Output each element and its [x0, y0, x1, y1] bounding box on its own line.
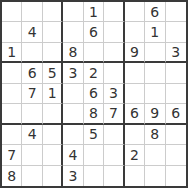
cell-r5c7[interactable] [125, 84, 145, 104]
cell-r4c5[interactable]: 2 [84, 63, 104, 83]
cell-r1c1[interactable] [2, 2, 22, 22]
cell-r4c8[interactable] [145, 63, 165, 83]
cell-r2c4[interactable] [63, 22, 83, 42]
cell-r2c3[interactable] [43, 22, 63, 42]
cell-r8c1[interactable]: 7 [2, 145, 22, 165]
cell-r2c2[interactable]: 4 [22, 22, 42, 42]
cell-r4c6[interactable] [104, 63, 124, 83]
cell-r6c5[interactable]: 8 [84, 104, 104, 124]
cell-r6c6[interactable]: 7 [104, 104, 124, 124]
cell-r5c5[interactable]: 6 [84, 84, 104, 104]
cell-r9c1[interactable]: 8 [2, 166, 22, 186]
cell-r3c3[interactable] [43, 43, 63, 63]
cell-r9c9[interactable] [166, 166, 186, 186]
cell-r4c7[interactable] [125, 63, 145, 83]
cell-r9c8[interactable] [145, 166, 165, 186]
cell-r4c1[interactable] [2, 63, 22, 83]
cell-r7c8[interactable]: 8 [145, 125, 165, 145]
cell-r7c4[interactable] [63, 125, 83, 145]
cell-r7c1[interactable] [2, 125, 22, 145]
cell-r1c9[interactable] [166, 2, 186, 22]
cell-r4c2[interactable]: 6 [22, 63, 42, 83]
cell-r6c3[interactable] [43, 104, 63, 124]
cell-r2c1[interactable] [2, 22, 22, 42]
cell-r1c3[interactable] [43, 2, 63, 22]
cell-r1c6[interactable] [104, 2, 124, 22]
cell-r3c5[interactable] [84, 43, 104, 63]
cell-r6c4[interactable] [63, 104, 83, 124]
cell-r5c2[interactable]: 7 [22, 84, 42, 104]
cell-r7c6[interactable] [104, 125, 124, 145]
cell-r9c7[interactable] [125, 166, 145, 186]
cell-r5c1[interactable] [2, 84, 22, 104]
cell-r1c7[interactable] [125, 2, 145, 22]
cell-r7c2[interactable]: 4 [22, 125, 42, 145]
cell-r7c9[interactable] [166, 125, 186, 145]
cell-r3c8[interactable] [145, 43, 165, 63]
cell-r2c8[interactable]: 1 [145, 22, 165, 42]
cell-r9c4[interactable]: 3 [63, 166, 83, 186]
cell-r5c8[interactable] [145, 84, 165, 104]
cell-r1c2[interactable] [22, 2, 42, 22]
cell-r5c6[interactable]: 3 [104, 84, 124, 104]
cell-r7c7[interactable] [125, 125, 145, 145]
cell-r8c5[interactable] [84, 145, 104, 165]
cell-r6c7[interactable]: 6 [125, 104, 145, 124]
cell-r1c8[interactable]: 6 [145, 2, 165, 22]
cell-r6c1[interactable] [2, 104, 22, 124]
cell-r8c4[interactable]: 4 [63, 145, 83, 165]
cell-r6c8[interactable]: 9 [145, 104, 165, 124]
cell-r5c3[interactable]: 1 [43, 84, 63, 104]
cell-r4c4[interactable]: 3 [63, 63, 83, 83]
cell-r7c3[interactable] [43, 125, 63, 145]
cell-r6c9[interactable]: 6 [166, 104, 186, 124]
cell-r5c9[interactable] [166, 84, 186, 104]
cell-r8c6[interactable] [104, 145, 124, 165]
cell-r8c7[interactable]: 2 [125, 145, 145, 165]
cell-r3c9[interactable]: 3 [166, 43, 186, 63]
cell-r3c2[interactable] [22, 43, 42, 63]
cell-r4c3[interactable]: 5 [43, 63, 63, 83]
cell-r9c6[interactable] [104, 166, 124, 186]
cell-r5c4[interactable] [63, 84, 83, 104]
cell-r7c5[interactable]: 5 [84, 125, 104, 145]
cell-r1c4[interactable] [63, 2, 83, 22]
cell-r4c9[interactable] [166, 63, 186, 83]
cell-r9c5[interactable] [84, 166, 104, 186]
cell-r8c9[interactable] [166, 145, 186, 165]
cell-r6c2[interactable] [22, 104, 42, 124]
cell-r8c3[interactable] [43, 145, 63, 165]
cell-r8c8[interactable] [145, 145, 165, 165]
cell-r2c9[interactable] [166, 22, 186, 42]
cell-r1c5[interactable]: 1 [84, 2, 104, 22]
cell-r2c5[interactable]: 6 [84, 22, 104, 42]
cell-r2c7[interactable] [125, 22, 145, 42]
sudoku-board: 164611893653271638769645874283 [0, 0, 188, 188]
cell-r9c2[interactable] [22, 166, 42, 186]
cell-r3c1[interactable]: 1 [2, 43, 22, 63]
cell-r8c2[interactable] [22, 145, 42, 165]
cell-r3c7[interactable]: 9 [125, 43, 145, 63]
cell-r3c4[interactable]: 8 [63, 43, 83, 63]
cell-r9c3[interactable] [43, 166, 63, 186]
cell-r2c6[interactable] [104, 22, 124, 42]
cell-r3c6[interactable] [104, 43, 124, 63]
